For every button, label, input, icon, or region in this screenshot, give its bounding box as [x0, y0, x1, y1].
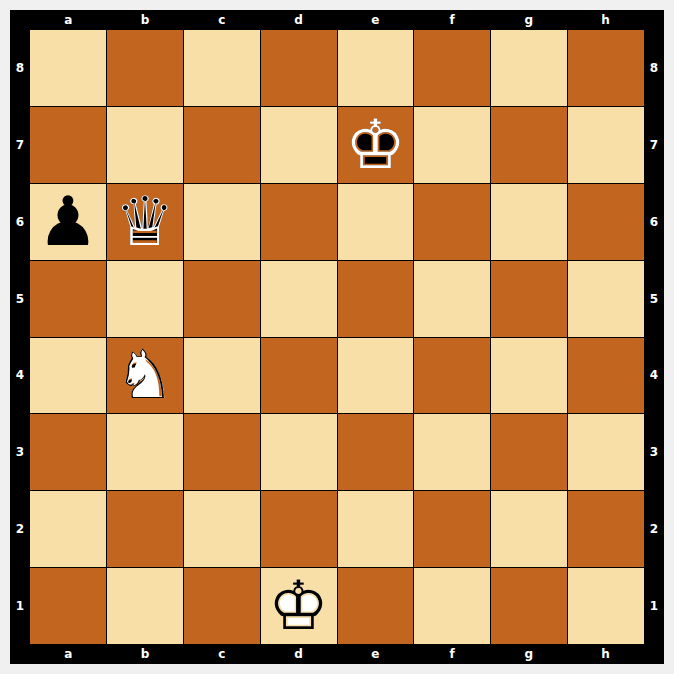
square-g3[interactable] — [491, 414, 567, 490]
piece-black-king[interactable]: ♚♔ — [338, 107, 414, 183]
piece-white-king[interactable]: ♚♔ — [261, 568, 337, 644]
white-king-outline-glyph: ♔ — [261, 568, 337, 644]
square-f6[interactable] — [414, 184, 490, 260]
square-e6[interactable] — [338, 184, 414, 260]
square-a2[interactable] — [30, 491, 106, 567]
black-king-outline-glyph: ♔ — [338, 107, 414, 183]
square-h3[interactable] — [568, 414, 644, 490]
rank-label-right-6: 6 — [644, 184, 664, 261]
file-label-top-e: e — [337, 10, 414, 30]
black-pawn-glyph: ♟ — [30, 184, 106, 260]
square-d1[interactable]: ♚♔ — [261, 568, 337, 644]
square-d8[interactable] — [261, 30, 337, 106]
file-label-top-h: h — [567, 10, 644, 30]
square-b2[interactable] — [107, 491, 183, 567]
square-e8[interactable] — [338, 30, 414, 106]
square-c2[interactable] — [184, 491, 260, 567]
chess-diagram-page: abcdefgh 87654321 87654321 abcdefgh ♚♔♟♛… — [0, 0, 674, 674]
square-a1[interactable] — [30, 568, 106, 644]
square-h1[interactable] — [568, 568, 644, 644]
square-d7[interactable] — [261, 107, 337, 183]
square-h4[interactable] — [568, 338, 644, 414]
square-f4[interactable] — [414, 338, 490, 414]
square-b6[interactable]: ♛♕ — [107, 184, 183, 260]
file-label-bottom-h: h — [567, 644, 644, 664]
square-e1[interactable] — [338, 568, 414, 644]
square-f7[interactable] — [414, 107, 490, 183]
rank-label-right-4: 4 — [644, 337, 664, 414]
rank-label-left-1: 1 — [10, 567, 30, 644]
file-labels-top: abcdefgh — [30, 10, 644, 30]
square-a8[interactable] — [30, 30, 106, 106]
file-label-top-b: b — [107, 10, 184, 30]
square-d3[interactable] — [261, 414, 337, 490]
black-queen-outline-glyph: ♕ — [107, 184, 183, 260]
square-e4[interactable] — [338, 338, 414, 414]
square-g7[interactable] — [491, 107, 567, 183]
file-label-bottom-c: c — [184, 644, 261, 664]
square-g2[interactable] — [491, 491, 567, 567]
rank-label-right-8: 8 — [644, 30, 664, 107]
square-g6[interactable] — [491, 184, 567, 260]
square-c6[interactable] — [184, 184, 260, 260]
rank-label-left-5: 5 — [10, 260, 30, 337]
square-d4[interactable] — [261, 338, 337, 414]
file-label-top-c: c — [184, 10, 261, 30]
file-labels-bottom: abcdefgh — [30, 644, 644, 664]
square-e7[interactable]: ♚♔ — [338, 107, 414, 183]
square-f5[interactable] — [414, 261, 490, 337]
rank-label-left-3: 3 — [10, 414, 30, 491]
square-c1[interactable] — [184, 568, 260, 644]
square-e2[interactable] — [338, 491, 414, 567]
square-b4[interactable]: ♞♘ — [107, 338, 183, 414]
file-label-bottom-f: f — [414, 644, 491, 664]
square-b7[interactable] — [107, 107, 183, 183]
chess-board: ♚♔♟♛♕♞♘♚♔ — [30, 30, 644, 644]
rank-label-left-7: 7 — [10, 107, 30, 184]
file-label-bottom-a: a — [30, 644, 107, 664]
rank-label-left-4: 4 — [10, 337, 30, 414]
rank-label-right-3: 3 — [644, 414, 664, 491]
file-label-bottom-b: b — [107, 644, 184, 664]
square-b1[interactable] — [107, 568, 183, 644]
square-e3[interactable] — [338, 414, 414, 490]
square-b3[interactable] — [107, 414, 183, 490]
file-label-bottom-d: d — [260, 644, 337, 664]
file-label-bottom-e: e — [337, 644, 414, 664]
square-b8[interactable] — [107, 30, 183, 106]
square-d6[interactable] — [261, 184, 337, 260]
rank-label-left-2: 2 — [10, 491, 30, 568]
square-g5[interactable] — [491, 261, 567, 337]
file-label-bottom-g: g — [491, 644, 568, 664]
square-h7[interactable] — [568, 107, 644, 183]
rank-label-right-7: 7 — [644, 107, 664, 184]
square-f8[interactable] — [414, 30, 490, 106]
file-label-top-f: f — [414, 10, 491, 30]
rank-labels-left: 87654321 — [10, 30, 30, 644]
square-g4[interactable] — [491, 338, 567, 414]
square-f3[interactable] — [414, 414, 490, 490]
square-a7[interactable] — [30, 107, 106, 183]
file-label-top-d: d — [260, 10, 337, 30]
rank-label-right-5: 5 — [644, 260, 664, 337]
square-h6[interactable] — [568, 184, 644, 260]
square-a6[interactable]: ♟ — [30, 184, 106, 260]
rank-labels-right: 87654321 — [644, 30, 664, 644]
square-c4[interactable] — [184, 338, 260, 414]
square-a4[interactable] — [30, 338, 106, 414]
square-h2[interactable] — [568, 491, 644, 567]
piece-black-queen[interactable]: ♛♕ — [107, 184, 183, 260]
square-g8[interactable] — [491, 30, 567, 106]
square-d2[interactable] — [261, 491, 337, 567]
rank-label-left-6: 6 — [10, 184, 30, 261]
rank-label-left-8: 8 — [10, 30, 30, 107]
white-knight-outline-glyph: ♘ — [107, 338, 183, 414]
square-a3[interactable] — [30, 414, 106, 490]
square-h8[interactable] — [568, 30, 644, 106]
square-f2[interactable] — [414, 491, 490, 567]
square-c7[interactable] — [184, 107, 260, 183]
file-label-top-g: g — [491, 10, 568, 30]
piece-white-knight[interactable]: ♞♘ — [107, 338, 183, 414]
square-b5[interactable] — [107, 261, 183, 337]
file-label-top-a: a — [30, 10, 107, 30]
rank-label-right-1: 1 — [644, 567, 664, 644]
square-c3[interactable] — [184, 414, 260, 490]
square-a5[interactable] — [30, 261, 106, 337]
square-g1[interactable] — [491, 568, 567, 644]
square-h5[interactable] — [568, 261, 644, 337]
square-e5[interactable] — [338, 261, 414, 337]
piece-black-pawn[interactable]: ♟ — [30, 184, 106, 260]
square-f1[interactable] — [414, 568, 490, 644]
square-c5[interactable] — [184, 261, 260, 337]
square-d5[interactable] — [261, 261, 337, 337]
square-c8[interactable] — [184, 30, 260, 106]
rank-label-right-2: 2 — [644, 491, 664, 568]
